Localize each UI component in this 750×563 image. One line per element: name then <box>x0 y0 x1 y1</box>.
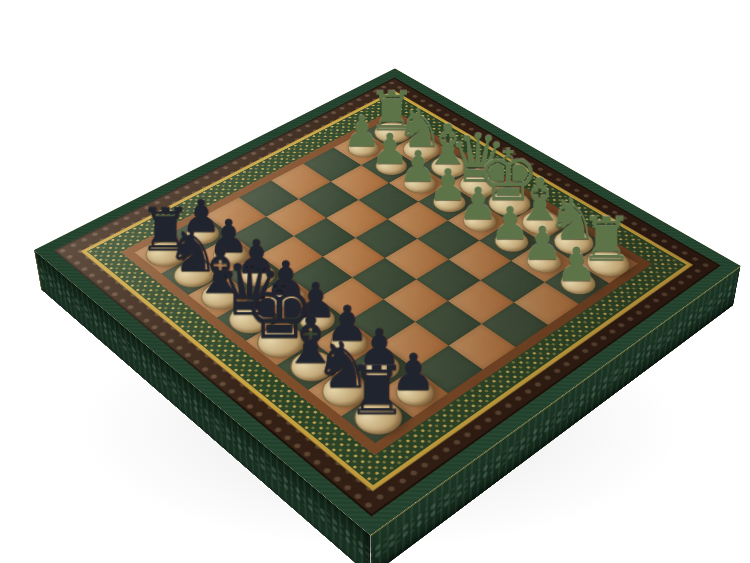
white-pawn-glyph: ♟ <box>555 240 597 287</box>
black-rook-glyph: ♜ <box>346 356 407 424</box>
chess-set-photo: ♜♞♝♛♚♝♞♜♟♟♟♟♟♟♟♟♟♟♟♟♟♟♟♟♜♞♝♛♚♝♞♜ <box>0 0 750 563</box>
